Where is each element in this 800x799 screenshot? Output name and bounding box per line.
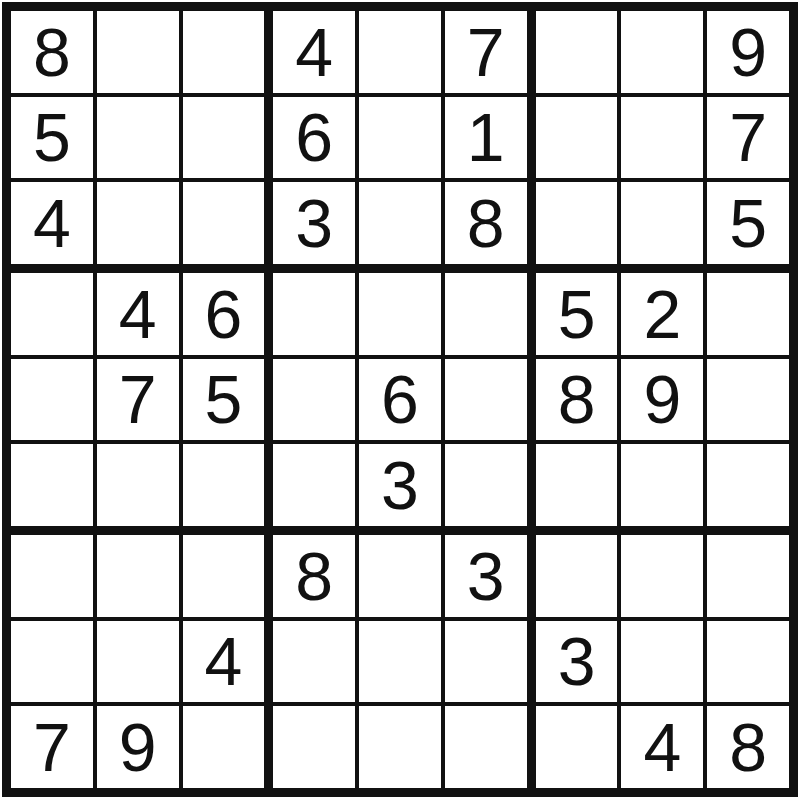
cell-r6c8[interactable]: [621, 444, 703, 526]
sudoku-board: 854476138975467563528947983348: [2, 2, 798, 797]
cell-r9c6[interactable]: [445, 706, 527, 788]
cell-r2c9[interactable]: 7: [707, 97, 789, 179]
cell-r8c2[interactable]: [97, 621, 179, 703]
box-8: 83: [273, 535, 526, 788]
box-4: 4675: [11, 273, 264, 526]
cell-r3c8[interactable]: [621, 182, 703, 264]
cell-r8c6[interactable]: [445, 621, 527, 703]
cell-r6c4[interactable]: [273, 444, 355, 526]
cell-r1c2[interactable]: [97, 11, 179, 93]
cell-r2c1[interactable]: 5: [11, 97, 93, 179]
box-7: 479: [11, 535, 264, 788]
cell-r6c5[interactable]: 3: [359, 444, 441, 526]
cell-r7c8[interactable]: [621, 535, 703, 617]
cell-r4c8[interactable]: 2: [621, 273, 703, 355]
cell-r3c4[interactable]: 3: [273, 182, 355, 264]
cell-r9c8[interactable]: 4: [621, 706, 703, 788]
cell-r2c6[interactable]: 1: [445, 97, 527, 179]
cell-r6c9[interactable]: [707, 444, 789, 526]
cell-r8c4[interactable]: [273, 621, 355, 703]
box-6: 5289: [536, 273, 789, 526]
cell-r2c2[interactable]: [97, 97, 179, 179]
cell-r8c7[interactable]: 3: [536, 621, 618, 703]
cell-r5c1[interactable]: [11, 359, 93, 441]
cell-r9c3[interactable]: [183, 706, 265, 788]
cell-r1c8[interactable]: [621, 11, 703, 93]
cell-r7c9[interactable]: [707, 535, 789, 617]
cell-r3c9[interactable]: 5: [707, 182, 789, 264]
cell-r9c7[interactable]: [536, 706, 618, 788]
box-5: 63: [273, 273, 526, 526]
cell-r8c3[interactable]: 4: [183, 621, 265, 703]
cell-r7c6[interactable]: 3: [445, 535, 527, 617]
cell-r8c8[interactable]: [621, 621, 703, 703]
cell-r7c4[interactable]: 8: [273, 535, 355, 617]
cell-r6c2[interactable]: [97, 444, 179, 526]
cell-r2c8[interactable]: [621, 97, 703, 179]
cell-r7c2[interactable]: [97, 535, 179, 617]
cell-r6c7[interactable]: [536, 444, 618, 526]
cell-r4c1[interactable]: [11, 273, 93, 355]
cell-r4c5[interactable]: [359, 273, 441, 355]
cell-r9c5[interactable]: [359, 706, 441, 788]
cell-r5c2[interactable]: 7: [97, 359, 179, 441]
cell-r3c7[interactable]: [536, 182, 618, 264]
cell-r3c1[interactable]: 4: [11, 182, 93, 264]
cell-r6c6[interactable]: [445, 444, 527, 526]
cell-r6c1[interactable]: [11, 444, 93, 526]
cell-r3c5[interactable]: [359, 182, 441, 264]
cell-r2c7[interactable]: [536, 97, 618, 179]
cell-r4c7[interactable]: 5: [536, 273, 618, 355]
cell-r1c6[interactable]: 7: [445, 11, 527, 93]
cell-r5c8[interactable]: 9: [621, 359, 703, 441]
cell-r4c6[interactable]: [445, 273, 527, 355]
cell-r1c4[interactable]: 4: [273, 11, 355, 93]
cell-r1c5[interactable]: [359, 11, 441, 93]
box-3: 975: [536, 11, 789, 264]
cell-r7c3[interactable]: [183, 535, 265, 617]
cell-r4c9[interactable]: [707, 273, 789, 355]
cell-r4c2[interactable]: 4: [97, 273, 179, 355]
cell-r9c1[interactable]: 7: [11, 706, 93, 788]
cell-r9c4[interactable]: [273, 706, 355, 788]
cell-r5c3[interactable]: 5: [183, 359, 265, 441]
cell-r3c2[interactable]: [97, 182, 179, 264]
cell-r4c4[interactable]: [273, 273, 355, 355]
cell-r4c3[interactable]: 6: [183, 273, 265, 355]
cell-r5c9[interactable]: [707, 359, 789, 441]
cell-r3c6[interactable]: 8: [445, 182, 527, 264]
cell-r7c5[interactable]: [359, 535, 441, 617]
cell-r5c4[interactable]: [273, 359, 355, 441]
cell-r1c1[interactable]: 8: [11, 11, 93, 93]
cell-r7c1[interactable]: [11, 535, 93, 617]
cell-r5c6[interactable]: [445, 359, 527, 441]
cell-r2c5[interactable]: [359, 97, 441, 179]
box-1: 854: [11, 11, 264, 264]
cell-r2c4[interactable]: 6: [273, 97, 355, 179]
cell-r5c5[interactable]: 6: [359, 359, 441, 441]
cell-r8c9[interactable]: [707, 621, 789, 703]
box-9: 348: [536, 535, 789, 788]
cell-r1c3[interactable]: [183, 11, 265, 93]
cell-r9c2[interactable]: 9: [97, 706, 179, 788]
cell-r2c3[interactable]: [183, 97, 265, 179]
cell-r6c3[interactable]: [183, 444, 265, 526]
cell-r8c1[interactable]: [11, 621, 93, 703]
cell-r9c9[interactable]: 8: [707, 706, 789, 788]
cell-r5c7[interactable]: 8: [536, 359, 618, 441]
cell-r1c7[interactable]: [536, 11, 618, 93]
cell-r8c5[interactable]: [359, 621, 441, 703]
cell-r1c9[interactable]: 9: [707, 11, 789, 93]
box-2: 476138: [273, 11, 526, 264]
cell-r7c7[interactable]: [536, 535, 618, 617]
cell-r3c3[interactable]: [183, 182, 265, 264]
